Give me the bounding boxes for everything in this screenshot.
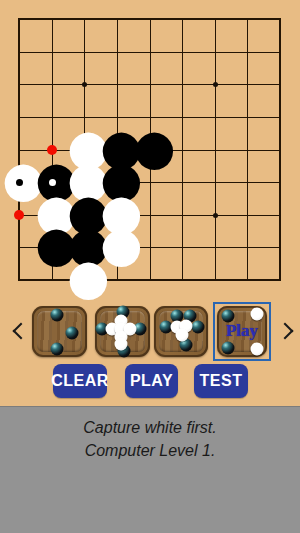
clear-button[interactable]: CLEAR bbox=[53, 364, 107, 398]
grid-line-v bbox=[279, 18, 281, 281]
chevron-right-icon[interactable] bbox=[277, 323, 294, 340]
tile-stone bbox=[251, 342, 264, 355]
tile-stone bbox=[222, 341, 235, 354]
grid-line-h bbox=[18, 279, 281, 281]
tile-stone bbox=[50, 309, 63, 322]
play-tile-label: Play bbox=[217, 321, 267, 341]
status-line-1: Capture white first. bbox=[0, 407, 300, 440]
tile-stone bbox=[51, 342, 64, 355]
black-stone: ● bbox=[35, 228, 69, 262]
puzzle-set-tile-3[interactable] bbox=[154, 306, 208, 357]
status-panel: Capture white first. Computer Level 1. bbox=[0, 406, 300, 533]
tile-stone bbox=[192, 321, 205, 334]
star-point bbox=[213, 213, 218, 218]
tile-stone bbox=[114, 338, 127, 351]
puzzle-set-tile-play[interactable]: Play bbox=[217, 306, 267, 357]
white-stone: ● bbox=[67, 261, 101, 295]
tile-stone bbox=[65, 326, 78, 339]
puzzle-set-tile-1[interactable] bbox=[32, 306, 87, 357]
red-marker bbox=[14, 210, 24, 220]
grid-line-v bbox=[247, 18, 248, 281]
chevron-left-icon[interactable] bbox=[13, 323, 30, 340]
status-line-2: Computer Level 1. bbox=[0, 440, 300, 463]
selected-tile-frame: Play bbox=[213, 302, 271, 361]
star-point bbox=[213, 82, 218, 87]
play-button[interactable]: PLAY bbox=[125, 364, 178, 398]
go-board[interactable]: ●●●●●●●●●●●●●● bbox=[19, 19, 280, 280]
grid-line-v bbox=[215, 18, 216, 281]
app-screen: ●●●●●●●●●●●●●● Play CLEAR PLAY TEST Capt… bbox=[0, 0, 300, 533]
puzzle-set-tile-2[interactable] bbox=[95, 306, 150, 357]
star-point bbox=[82, 82, 87, 87]
tile-stone bbox=[175, 329, 188, 342]
tile-stone bbox=[251, 308, 264, 321]
last-move-dot bbox=[49, 179, 56, 186]
test-button[interactable]: TEST bbox=[194, 364, 248, 398]
grid-line-v bbox=[182, 18, 183, 281]
last-move-dot bbox=[16, 179, 23, 186]
